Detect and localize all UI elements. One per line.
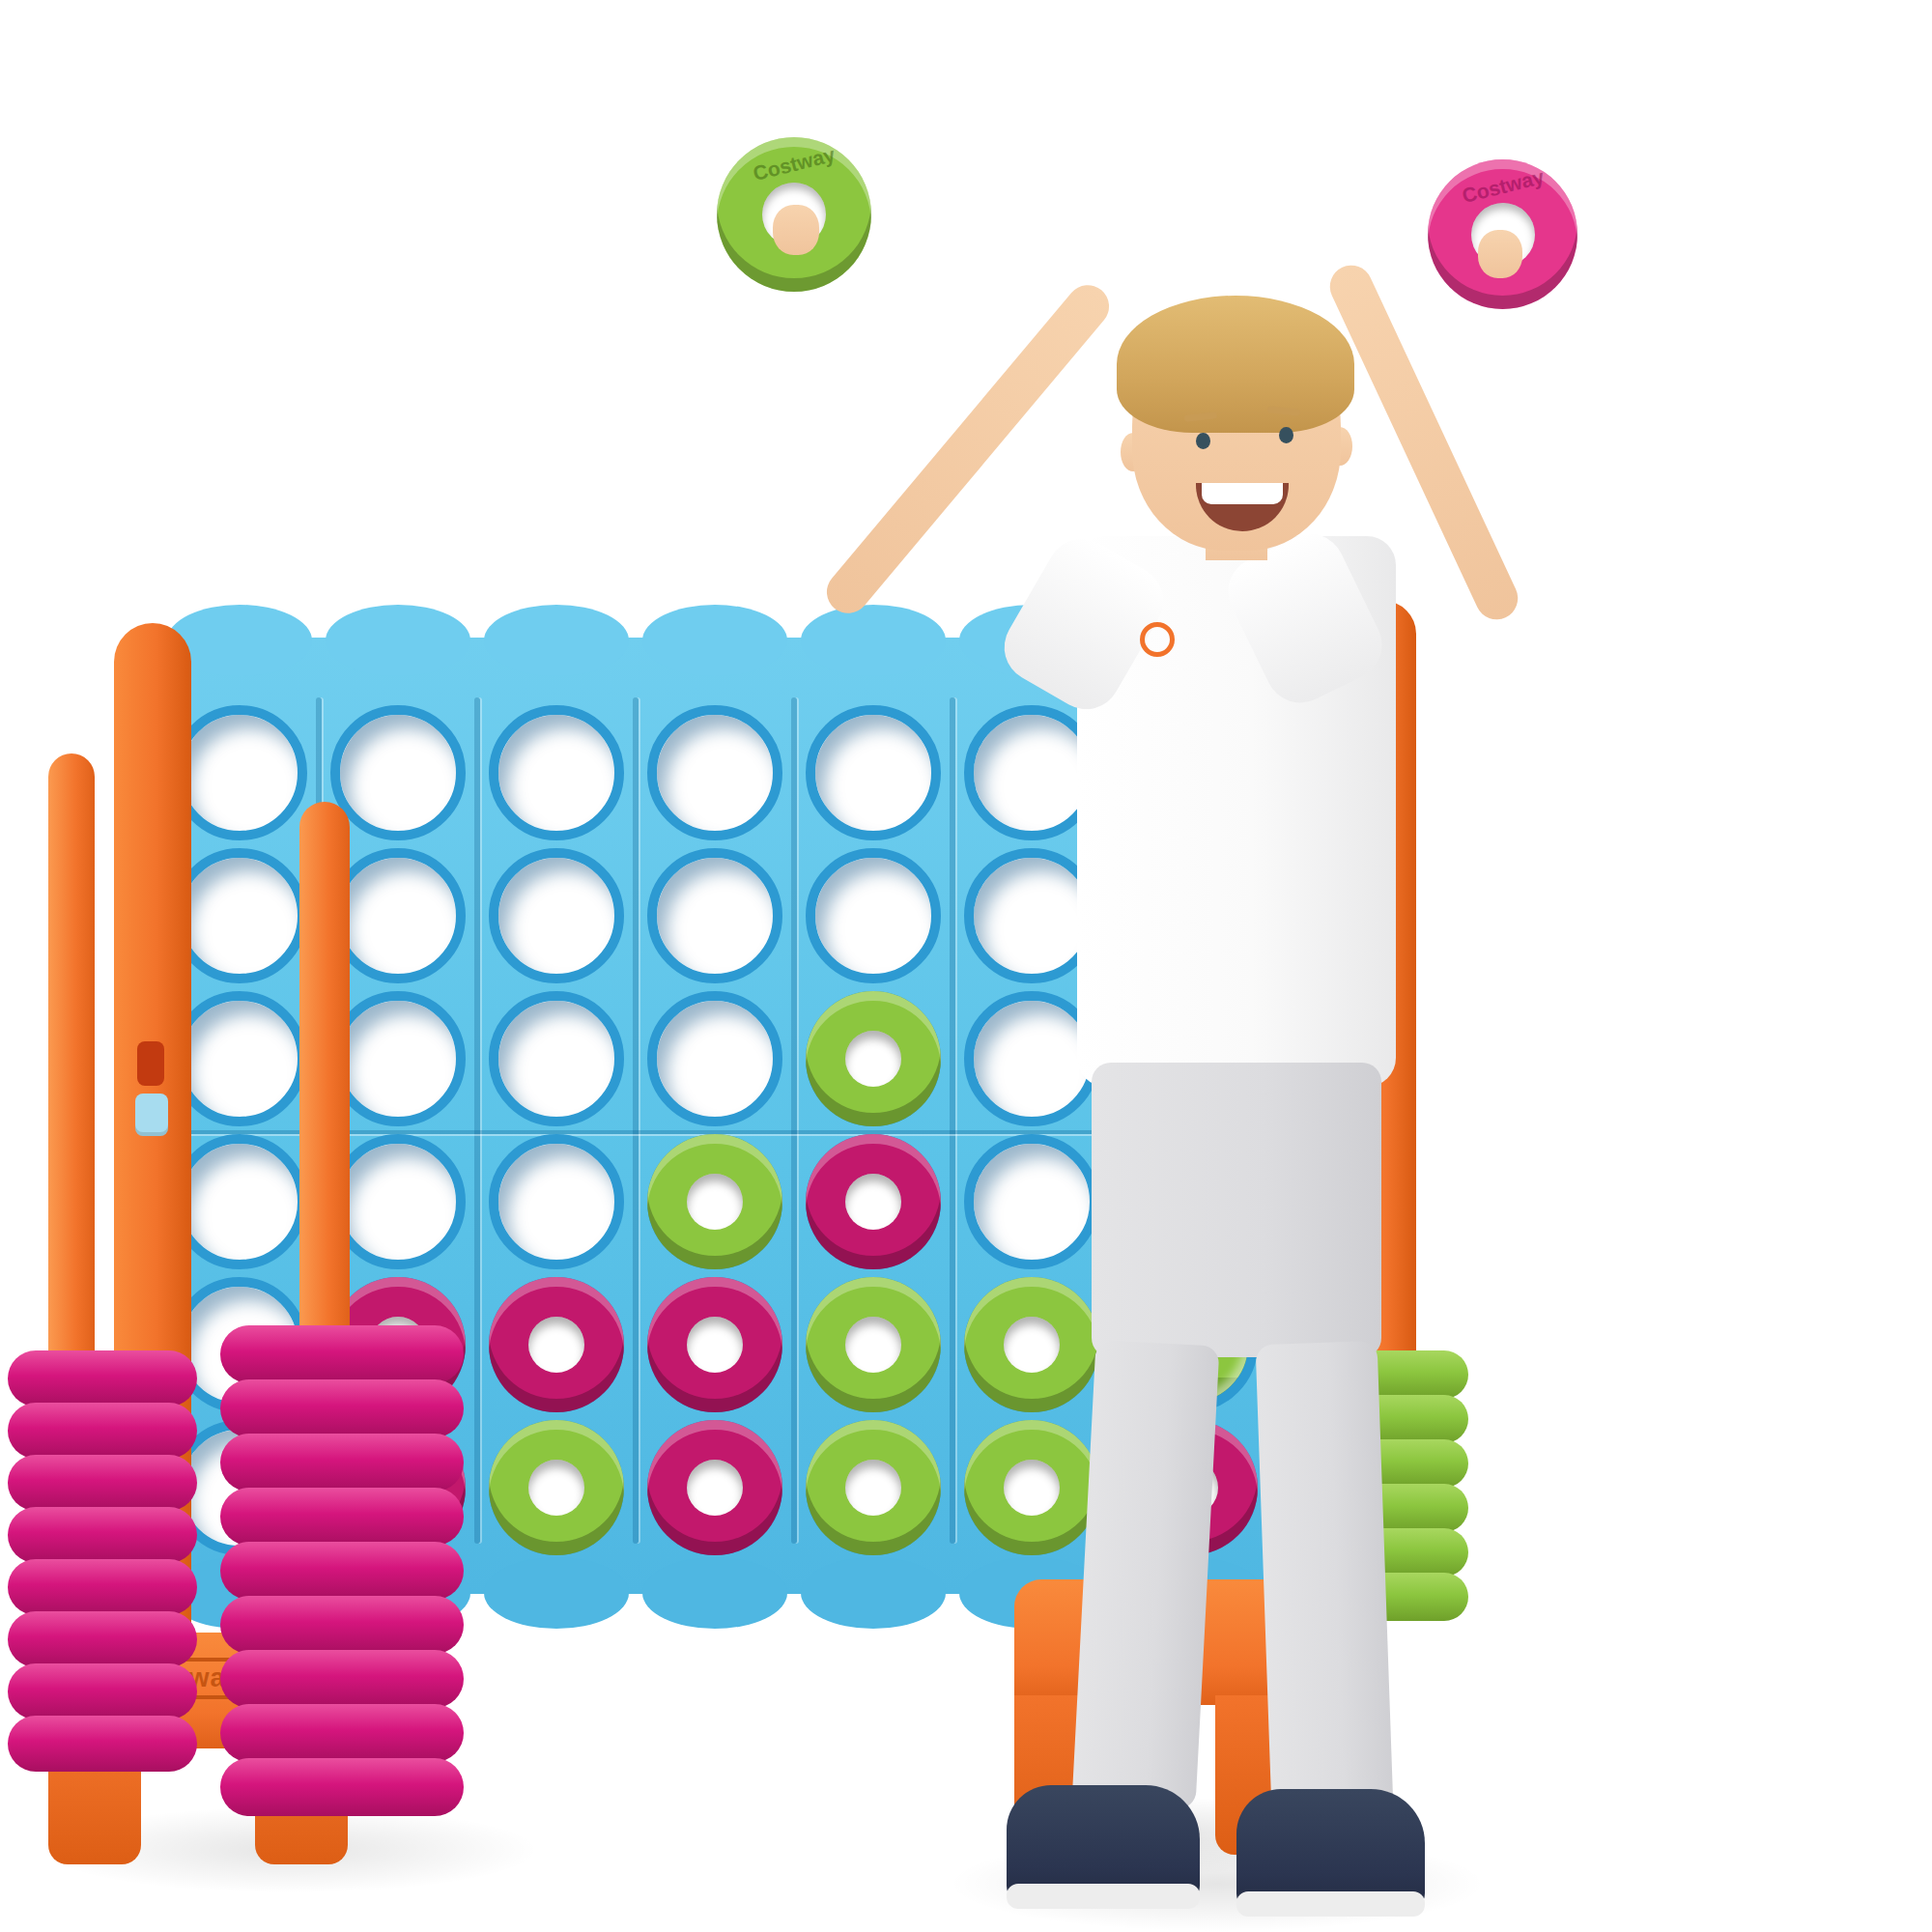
board-cell-c1r3[interactable] — [172, 991, 307, 1126]
spare-disc-pink[interactable] — [220, 1758, 464, 1816]
spare-disc-pink[interactable] — [220, 1325, 464, 1383]
ring-green-c5r6[interactable] — [806, 1420, 941, 1555]
spare-disc-pink[interactable] — [8, 1403, 197, 1459]
board-cell-c4r1[interactable] — [647, 705, 782, 840]
board-rib — [633, 697, 639, 1544]
spare-disc-pink[interactable] — [220, 1379, 464, 1437]
spare-disc-pink[interactable] — [220, 1542, 464, 1600]
board-scallop-top — [484, 605, 629, 676]
child-pants-hips — [1092, 1063, 1381, 1357]
board-cell-c4r2[interactable] — [647, 848, 782, 983]
board-cell-c6r4[interactable] — [964, 1134, 1099, 1269]
spare-disc-pink[interactable] — [8, 1611, 197, 1667]
board-rib — [950, 697, 955, 1544]
child-hair — [1117, 296, 1354, 433]
latch-slot — [137, 1041, 164, 1086]
child-teeth — [1202, 483, 1283, 504]
spare-disc-pink[interactable] — [8, 1663, 197, 1719]
board-cell-c2r3[interactable] — [330, 991, 466, 1126]
ring-magenta-c4r5[interactable] — [647, 1277, 782, 1412]
board-cell-c1r1[interactable] — [172, 705, 307, 840]
spare-disc-pink[interactable] — [220, 1488, 464, 1546]
board-cell-c2r2[interactable] — [330, 848, 466, 983]
board-rib — [791, 697, 797, 1544]
board-cell-c3r1[interactable] — [489, 705, 624, 840]
child-hand-right — [1478, 230, 1522, 278]
child-eye — [1279, 427, 1293, 443]
board-cell-c3r4[interactable] — [489, 1134, 624, 1269]
board-cell-c1r4[interactable] — [172, 1134, 307, 1269]
ring-green-c3r6[interactable] — [489, 1420, 624, 1555]
product-photo-scene: costway Costway Costway — [0, 0, 1932, 1932]
ring-green-c6r6[interactable] — [964, 1420, 1099, 1555]
shirt-logo-dot — [1140, 622, 1175, 657]
spare-disc-pink[interactable] — [8, 1350, 197, 1406]
spare-disc-pink[interactable] — [220, 1596, 464, 1654]
child-hand-left — [773, 205, 819, 255]
ring-magenta-c4r6[interactable] — [647, 1420, 782, 1555]
board-cell-c5r2[interactable] — [806, 848, 941, 983]
board-cell-c5r1[interactable] — [806, 705, 941, 840]
spare-disc-pink[interactable] — [8, 1455, 197, 1511]
ring-embossed-text: Costway — [751, 143, 838, 185]
board-cell-c2r4[interactable] — [330, 1134, 466, 1269]
latch-clip[interactable] — [135, 1094, 168, 1136]
board-scallop-bot — [642, 1557, 787, 1629]
ring-green-c5r3[interactable] — [806, 991, 941, 1126]
board-cell-c3r3[interactable] — [489, 991, 624, 1126]
board-cell-c3r2[interactable] — [489, 848, 624, 983]
board-scallop-bot — [484, 1557, 629, 1629]
spare-disc-pink[interactable] — [8, 1507, 197, 1563]
board-cell-c2r1[interactable] — [330, 705, 466, 840]
child-shoe-left — [1007, 1785, 1200, 1903]
board-rib — [474, 697, 480, 1544]
spare-disc-pink[interactable] — [220, 1434, 464, 1492]
ring-magenta-c5r4[interactable] — [806, 1134, 941, 1269]
ring-holder-pole — [299, 802, 350, 1352]
child-leg-right — [1256, 1341, 1394, 1813]
ring-holder-pole — [48, 753, 95, 1372]
child-shoe-right — [1236, 1789, 1425, 1911]
ring-green-c5r5[interactable] — [806, 1277, 941, 1412]
board-scallop-top — [801, 605, 946, 676]
shoe-sole — [1007, 1884, 1200, 1909]
spare-disc-pink[interactable] — [8, 1559, 197, 1615]
ring-embossed-text: Costway — [1460, 165, 1547, 208]
shoe-sole — [1236, 1891, 1425, 1917]
ring-green-c6r5[interactable] — [964, 1277, 1099, 1412]
board-cell-c4r3[interactable] — [647, 991, 782, 1126]
board-scallop-bot — [801, 1557, 946, 1629]
child-eye — [1196, 433, 1210, 449]
ring-magenta-c3r5[interactable] — [489, 1277, 624, 1412]
spare-disc-pink[interactable] — [8, 1716, 197, 1772]
board-cell-c1r2[interactable] — [172, 848, 307, 983]
spare-disc-pink[interactable] — [220, 1704, 464, 1762]
ring-green-c4r4[interactable] — [647, 1134, 782, 1269]
spare-disc-pink[interactable] — [220, 1650, 464, 1708]
child-leg-left — [1072, 1340, 1220, 1809]
board-scallop-top — [642, 605, 787, 676]
board-scallop-top — [326, 605, 470, 676]
